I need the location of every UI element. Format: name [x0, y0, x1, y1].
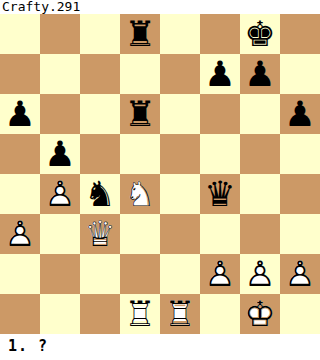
- piece-black-pawn[interactable]: ♟: [0, 93, 40, 133]
- square-h2[interactable]: ♟♙: [280, 254, 320, 294]
- square-a1[interactable]: [0, 294, 40, 334]
- square-d7[interactable]: [120, 54, 160, 94]
- window-title: Crafty.291: [2, 0, 80, 14]
- square-e6[interactable]: [160, 94, 200, 134]
- square-e5[interactable]: [160, 134, 200, 174]
- square-b2[interactable]: [40, 254, 80, 294]
- square-g6[interactable]: [240, 94, 280, 134]
- piece-white-pawn[interactable]: ♙: [0, 213, 40, 253]
- square-c8[interactable]: [80, 14, 120, 54]
- square-d8[interactable]: ♜: [120, 14, 160, 54]
- square-g1[interactable]: ♚♔: [240, 294, 280, 334]
- square-d2[interactable]: [120, 254, 160, 294]
- square-g4[interactable]: [240, 174, 280, 214]
- square-g5[interactable]: [240, 134, 280, 174]
- piece-black-pawn[interactable]: ♟: [200, 53, 240, 93]
- square-e3[interactable]: [160, 214, 200, 254]
- square-f1[interactable]: [200, 294, 240, 334]
- square-a4[interactable]: [0, 174, 40, 214]
- piece-black-rook[interactable]: ♜: [120, 93, 160, 133]
- square-f7[interactable]: ♟: [200, 54, 240, 94]
- piece-white-pawn[interactable]: ♙: [280, 253, 320, 293]
- square-c7[interactable]: [80, 54, 120, 94]
- square-e4[interactable]: [160, 174, 200, 214]
- square-a2[interactable]: [0, 254, 40, 294]
- square-g3[interactable]: [240, 214, 280, 254]
- piece-black-pawn[interactable]: ♟: [40, 133, 80, 173]
- square-d1[interactable]: ♜♖: [120, 294, 160, 334]
- chess-board: ♜♚♟♟♟♜♟♟♟♙♞♞♘♛♟♙♛♕♟♙♟♙♟♙♜♖♜♖♚♔: [0, 14, 320, 334]
- square-h1[interactable]: [280, 294, 320, 334]
- piece-black-rook[interactable]: ♜: [120, 13, 160, 53]
- square-b5[interactable]: ♟: [40, 134, 80, 174]
- square-d6[interactable]: ♜: [120, 94, 160, 134]
- square-h3[interactable]: [280, 214, 320, 254]
- piece-white-queen[interactable]: ♕: [80, 213, 120, 253]
- square-b3[interactable]: [40, 214, 80, 254]
- square-f8[interactable]: [200, 14, 240, 54]
- square-c1[interactable]: [80, 294, 120, 334]
- square-f2[interactable]: ♟♙: [200, 254, 240, 294]
- piece-black-king[interactable]: ♚: [240, 13, 280, 53]
- move-prompt: 1. ?: [8, 337, 48, 355]
- square-b8[interactable]: [40, 14, 80, 54]
- square-d5[interactable]: [120, 134, 160, 174]
- square-e8[interactable]: [160, 14, 200, 54]
- square-h7[interactable]: [280, 54, 320, 94]
- square-a5[interactable]: [0, 134, 40, 174]
- square-a6[interactable]: ♟: [0, 94, 40, 134]
- square-c5[interactable]: [80, 134, 120, 174]
- square-b6[interactable]: [40, 94, 80, 134]
- square-h6[interactable]: ♟: [280, 94, 320, 134]
- square-e1[interactable]: ♜♖: [160, 294, 200, 334]
- square-e2[interactable]: [160, 254, 200, 294]
- square-c6[interactable]: [80, 94, 120, 134]
- square-c4[interactable]: ♞: [80, 174, 120, 214]
- piece-white-pawn[interactable]: ♙: [40, 173, 80, 213]
- piece-white-knight[interactable]: ♘: [120, 173, 160, 213]
- square-c2[interactable]: [80, 254, 120, 294]
- square-h4[interactable]: [280, 174, 320, 214]
- square-f6[interactable]: [200, 94, 240, 134]
- piece-black-queen[interactable]: ♛: [200, 173, 240, 213]
- piece-black-knight[interactable]: ♞: [80, 173, 120, 213]
- square-f4[interactable]: ♛: [200, 174, 240, 214]
- piece-white-king[interactable]: ♔: [240, 293, 280, 333]
- piece-black-pawn[interactable]: ♟: [280, 93, 320, 133]
- piece-white-rook[interactable]: ♖: [120, 293, 160, 333]
- piece-white-pawn[interactable]: ♙: [200, 253, 240, 293]
- square-c3[interactable]: ♛♕: [80, 214, 120, 254]
- square-a7[interactable]: [0, 54, 40, 94]
- square-d3[interactable]: [120, 214, 160, 254]
- square-f5[interactable]: [200, 134, 240, 174]
- square-g8[interactable]: ♚: [240, 14, 280, 54]
- square-d4[interactable]: ♞♘: [120, 174, 160, 214]
- square-f3[interactable]: [200, 214, 240, 254]
- piece-white-pawn[interactable]: ♙: [240, 253, 280, 293]
- square-b4[interactable]: ♟♙: [40, 174, 80, 214]
- square-a8[interactable]: [0, 14, 40, 54]
- piece-white-rook[interactable]: ♖: [160, 293, 200, 333]
- square-b7[interactable]: [40, 54, 80, 94]
- square-a3[interactable]: ♟♙: [0, 214, 40, 254]
- square-h8[interactable]: [280, 14, 320, 54]
- square-g2[interactable]: ♟♙: [240, 254, 280, 294]
- square-b1[interactable]: [40, 294, 80, 334]
- square-h5[interactable]: [280, 134, 320, 174]
- square-g7[interactable]: ♟: [240, 54, 280, 94]
- square-e7[interactable]: [160, 54, 200, 94]
- piece-black-pawn[interactable]: ♟: [240, 53, 280, 93]
